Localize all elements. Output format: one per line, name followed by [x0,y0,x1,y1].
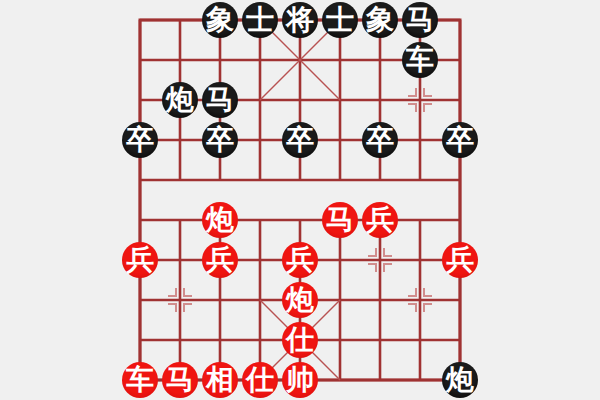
board-point: 卒 [440,120,480,160]
piece-red-advisor[interactable]: 仕 [242,362,278,398]
piece-black-horse[interactable]: 马 [202,82,238,118]
piece-black-general[interactable]: 将 [282,2,318,38]
board-point: 马 [200,80,240,120]
piece-black-advisor[interactable]: 士 [322,2,358,38]
piece-red-chariot[interactable]: 车 [122,362,158,398]
board-point: 士 [240,0,280,40]
piece-red-horse[interactable]: 马 [322,202,358,238]
piece-black-soldier[interactable]: 卒 [202,122,238,158]
piece-black-soldier[interactable]: 卒 [282,122,318,158]
piece-red-general[interactable]: 帅 [282,362,318,398]
board-point: 卒 [360,120,400,160]
piece-red-soldier[interactable]: 兵 [442,242,478,278]
board-point: 象 [360,0,400,40]
board-point: 炮 [160,80,200,120]
board-point: 马 [400,0,440,40]
board-point: 将 [280,0,320,40]
piece-black-soldier[interactable]: 卒 [442,122,478,158]
piece-red-elephant[interactable]: 相 [202,362,238,398]
piece-black-cannon[interactable]: 炮 [442,362,478,398]
piece-black-elephant[interactable]: 象 [202,2,238,38]
board-point: 马 [320,200,360,240]
board-point: 车 [400,40,440,80]
board-point: 兵 [440,240,480,280]
board-point: 兵 [280,240,320,280]
xiangqi-piece-grid[interactable]: 象士将士象马车炮马卒卒卒卒卒炮炮马兵兵兵兵兵炮仕车马相仕帅 [120,0,480,400]
piece-red-cannon[interactable]: 炮 [202,202,238,238]
piece-black-soldier[interactable]: 卒 [122,122,158,158]
piece-red-soldier[interactable]: 兵 [362,202,398,238]
board-point: 仕 [280,320,320,360]
xiangqi-app: 象士将士象马车炮马卒卒卒卒卒炮炮马兵兵兵兵兵炮仕车马相仕帅 [0,0,600,400]
piece-black-cannon[interactable]: 炮 [162,82,198,118]
piece-red-soldier[interactable]: 兵 [122,242,158,278]
board-point: 炮 [440,360,480,400]
piece-red-soldier[interactable]: 兵 [202,242,238,278]
piece-black-elephant[interactable]: 象 [362,2,398,38]
board-point: 兵 [200,240,240,280]
board-point: 兵 [360,200,400,240]
board-point: 卒 [200,120,240,160]
board-point: 仕 [240,360,280,400]
board-point: 卒 [280,120,320,160]
board-point: 马 [160,360,200,400]
piece-red-soldier[interactable]: 兵 [282,242,318,278]
board-point: 象 [200,0,240,40]
board-point: 士 [320,0,360,40]
piece-red-horse[interactable]: 马 [162,362,198,398]
piece-black-advisor[interactable]: 士 [242,2,278,38]
board-point: 车 [120,360,160,400]
piece-black-chariot[interactable]: 车 [402,42,438,78]
board-point: 兵 [120,240,160,280]
board-point: 卒 [120,120,160,160]
board-point: 帅 [280,360,320,400]
piece-black-horse[interactable]: 马 [402,2,438,38]
board-point: 炮 [280,280,320,320]
board-point: 炮 [200,200,240,240]
piece-red-cannon[interactable]: 炮 [282,282,318,318]
piece-black-soldier[interactable]: 卒 [362,122,398,158]
piece-red-advisor[interactable]: 仕 [282,322,318,358]
board-point: 相 [200,360,240,400]
